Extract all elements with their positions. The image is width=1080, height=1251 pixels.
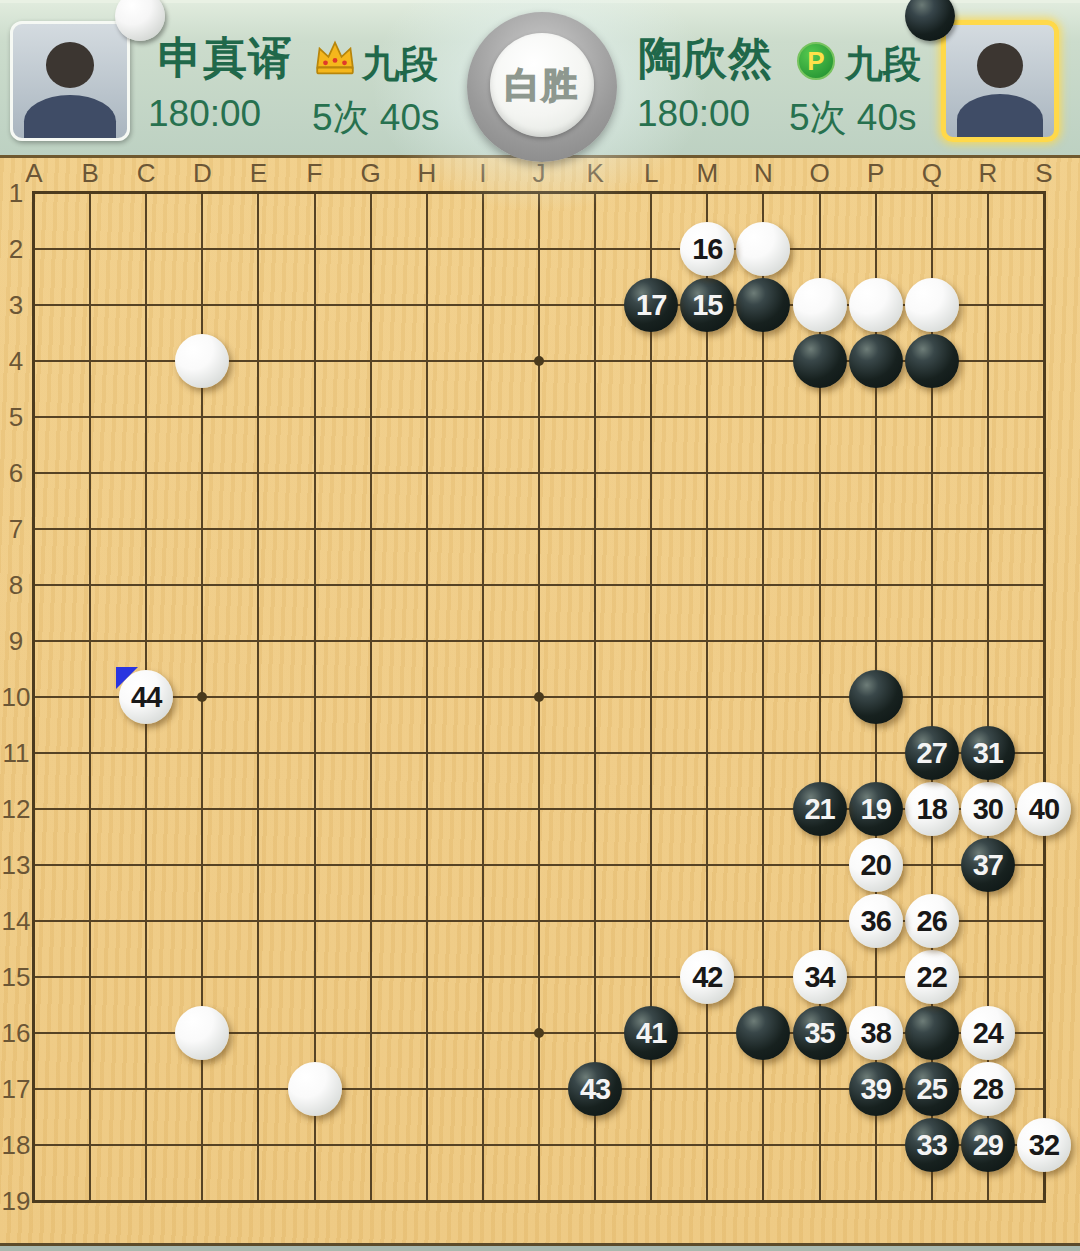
row-label-2: 2 <box>9 234 23 265</box>
row-label-11: 11 <box>3 738 30 769</box>
row-label-4: 4 <box>9 346 23 377</box>
row-label-10: 10 <box>2 682 31 713</box>
row-label-13: 13 <box>2 850 31 881</box>
row-label-12: 12 <box>2 794 31 825</box>
stone-white-R12: 30 <box>961 782 1015 836</box>
header-bar: 申真谞 九段 180:00 5次 40s 白胜 陶欣然 P 九段 180:00 … <box>0 0 1080 155</box>
stone-black-L3: 17 <box>624 278 678 332</box>
stone-white-R17: 28 <box>961 1062 1015 1116</box>
player-right-main-time: 180:00 <box>637 93 750 135</box>
move-number: 24 <box>973 1019 1003 1048</box>
row-label-8: 8 <box>9 570 23 601</box>
stone-white-C10: 44 <box>119 670 173 724</box>
stone-black-Q17: 25 <box>905 1062 959 1116</box>
move-number: 30 <box>973 795 1003 824</box>
move-number: 26 <box>917 907 947 936</box>
move-number: 43 <box>580 1075 610 1104</box>
move-number: 15 <box>692 291 722 320</box>
game-result-label: 白胜 <box>505 62 579 109</box>
stone-white-D16 <box>175 1006 229 1060</box>
game-result-button[interactable]: 白胜 <box>467 12 617 162</box>
stone-white-P16: 38 <box>849 1006 903 1060</box>
stone-black-Q4 <box>905 334 959 388</box>
player-left-main-time: 180:00 <box>148 93 261 135</box>
star-point <box>534 1028 544 1038</box>
stone-white-M2: 16 <box>680 222 734 276</box>
game-result-inner: 白胜 <box>490 33 594 137</box>
stone-black-O12: 21 <box>793 782 847 836</box>
player-right-name: 陶欣然 <box>638 29 773 88</box>
row-label-16: 16 <box>2 1018 31 1049</box>
move-number: 39 <box>861 1075 891 1104</box>
row-label-18: 18 <box>2 1130 31 1161</box>
move-number: 19 <box>861 795 891 824</box>
player-right-byoyomi: 5次 40s <box>789 93 917 143</box>
go-board[interactable]: ABCDEFGHIJKLMNOPQRS123456789101112131415… <box>0 155 1080 1243</box>
stone-white-O3 <box>793 278 847 332</box>
stone-black-P12: 19 <box>849 782 903 836</box>
stone-white-Q3 <box>905 278 959 332</box>
stone-black-P10 <box>849 670 903 724</box>
col-label-A: A <box>25 158 42 189</box>
move-number: 38 <box>861 1019 891 1048</box>
stone-white-P13: 20 <box>849 838 903 892</box>
col-label-N: N <box>754 158 773 189</box>
move-number: 42 <box>692 963 722 992</box>
stone-white-Q15: 22 <box>905 950 959 1004</box>
avatar-head <box>46 42 94 88</box>
stone-black-K17: 43 <box>568 1062 622 1116</box>
stone-white-Q14: 26 <box>905 894 959 948</box>
move-number: 31 <box>973 739 1003 768</box>
stone-black-P17: 39 <box>849 1062 903 1116</box>
stone-white-S18: 32 <box>1017 1118 1071 1172</box>
player-left-byoyomi: 5次 40s <box>312 93 440 143</box>
go-review-screen: 申真谞 九段 180:00 5次 40s 白胜 陶欣然 P 九段 180:00 … <box>0 0 1080 1251</box>
col-label-D: D <box>193 158 212 189</box>
star-point <box>197 692 207 702</box>
player-left-name: 申真谞 <box>158 29 293 88</box>
row-label-6: 6 <box>9 458 23 489</box>
move-number: 34 <box>804 963 834 992</box>
move-number: 25 <box>917 1075 947 1104</box>
stone-white-P3 <box>849 278 903 332</box>
player-left-rank: 九段 <box>362 39 438 90</box>
last-move-marker-icon <box>116 667 138 689</box>
bottom-strip <box>0 1243 1080 1251</box>
move-number: 20 <box>861 851 891 880</box>
move-number: 28 <box>973 1075 1003 1104</box>
move-number: 16 <box>692 235 722 264</box>
player-right-rank: 九段 <box>845 39 921 90</box>
star-point <box>534 356 544 366</box>
star-point <box>534 692 544 702</box>
move-number: 29 <box>973 1131 1003 1160</box>
move-number: 37 <box>973 851 1003 880</box>
row-label-14: 14 <box>2 906 31 937</box>
row-label-1: 1 <box>9 178 23 209</box>
stone-black-M3: 15 <box>680 278 734 332</box>
move-number: 22 <box>917 963 947 992</box>
stone-black-R13: 37 <box>961 838 1015 892</box>
stone-white-R16: 24 <box>961 1006 1015 1060</box>
row-label-5: 5 <box>9 402 23 433</box>
stone-black-O16: 35 <box>793 1006 847 1060</box>
stone-black-Q18: 33 <box>905 1118 959 1172</box>
avatar-head <box>977 43 1022 88</box>
col-label-P: P <box>867 158 884 189</box>
move-number: 35 <box>804 1019 834 1048</box>
move-number: 40 <box>1029 795 1059 824</box>
col-label-B: B <box>81 158 98 189</box>
move-number: 33 <box>917 1131 947 1160</box>
stone-black-P4 <box>849 334 903 388</box>
row-label-7: 7 <box>9 514 23 545</box>
stone-white-F17 <box>288 1062 342 1116</box>
stone-black-L16: 41 <box>624 1006 678 1060</box>
avatar-body <box>957 94 1043 142</box>
move-number: 27 <box>917 739 947 768</box>
row-label-3: 3 <box>9 290 23 321</box>
crown-icon <box>313 39 357 77</box>
col-label-C: C <box>137 158 156 189</box>
avatar-right-player[interactable] <box>941 20 1059 142</box>
col-label-O: O <box>809 158 829 189</box>
move-number: 32 <box>1029 1131 1059 1160</box>
move-number: 36 <box>861 907 891 936</box>
move-number: 18 <box>917 795 947 824</box>
move-number: 41 <box>636 1019 666 1048</box>
p-badge-icon: P <box>797 42 835 80</box>
col-label-R: R <box>978 158 997 189</box>
stone-white-M15: 42 <box>680 950 734 1004</box>
row-label-19: 19 <box>2 1186 31 1217</box>
row-label-17: 17 <box>2 1074 31 1105</box>
stone-white-P14: 36 <box>849 894 903 948</box>
stone-white-O15: 34 <box>793 950 847 1004</box>
row-label-15: 15 <box>2 962 31 993</box>
stone-white-D4 <box>175 334 229 388</box>
col-label-Q: Q <box>922 158 942 189</box>
avatar-body <box>24 95 115 141</box>
stone-black-R18: 29 <box>961 1118 1015 1172</box>
col-label-F: F <box>307 158 323 189</box>
col-label-E: E <box>250 158 267 189</box>
col-label-S: S <box>1035 158 1052 189</box>
row-label-9: 9 <box>9 626 23 657</box>
stone-black-O4 <box>793 334 847 388</box>
stone-black-Q11: 27 <box>905 726 959 780</box>
stone-black-R11: 31 <box>961 726 1015 780</box>
avatar-left-player[interactable] <box>10 21 130 141</box>
stone-white-Q12: 18 <box>905 782 959 836</box>
move-number: 21 <box>804 795 834 824</box>
move-number: 17 <box>636 291 666 320</box>
stone-black-Q16 <box>905 1006 959 1060</box>
stone-white-S12: 40 <box>1017 782 1071 836</box>
